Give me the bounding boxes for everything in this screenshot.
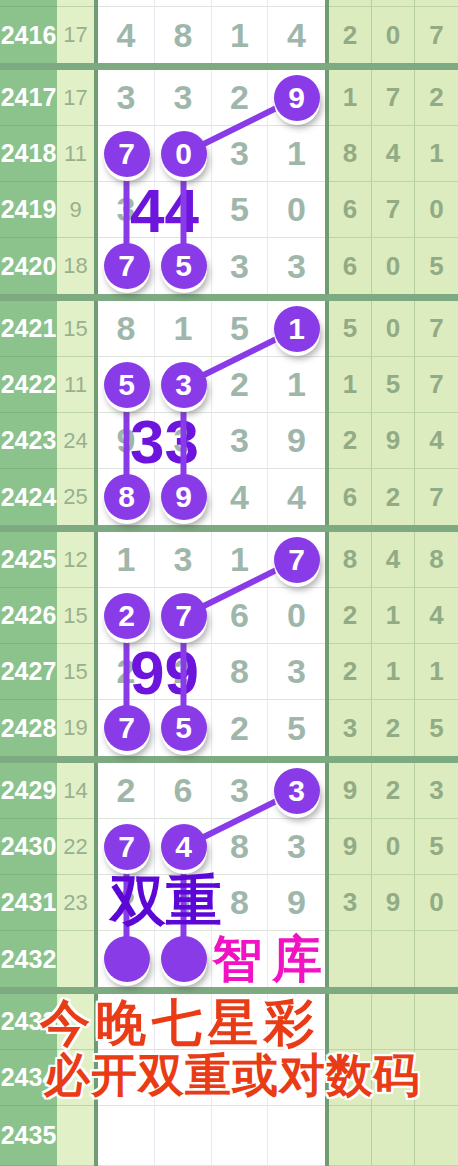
period-label: 2420 (0, 238, 57, 294)
tail-digit-cell: 5 (415, 700, 458, 756)
main-digit-cell: 5 (212, 301, 268, 357)
tail-digit-cell: 6 (329, 469, 372, 525)
main-digit-cell: 2 (212, 70, 268, 126)
tail-digit-cell: 7 (415, 301, 458, 357)
main-digit-cell (98, 1106, 155, 1166)
chart-row (0, 0, 458, 7)
chart-row-2426: 24261560214 (0, 588, 458, 644)
chart-row-2419: 241993150670 (0, 182, 458, 238)
main-digit-cell (155, 1050, 212, 1106)
tail-digit-cell (415, 1050, 458, 1106)
tail-digit-cell (372, 1106, 415, 1166)
circled-digit: 8 (104, 474, 150, 520)
circled-digit: 7 (274, 537, 320, 583)
main-digit-cell: 9 (268, 875, 325, 931)
chart-row-2427: 2427152283211 (0, 644, 458, 700)
main-digit-cell (268, 931, 325, 987)
chart-row-2429: 242914263923 (0, 763, 458, 819)
miss-count: 24 (57, 413, 94, 469)
tail-digit-cell: 8 (329, 126, 372, 182)
main-digit-cell (212, 1050, 268, 1106)
tail-digit-cell: 2 (415, 70, 458, 126)
chart-row-2430: 24302283905 (0, 819, 458, 875)
miss-count: 11 (57, 357, 94, 413)
group-separator (0, 756, 458, 763)
main-digit-cell (268, 994, 325, 1050)
main-digit-cell: 3 (212, 413, 268, 469)
circled-digit: 7 (104, 131, 150, 177)
tail-digit-cell: 1 (329, 70, 372, 126)
main-digit-cell: 8 (212, 819, 268, 875)
tail-digit-cell: 9 (329, 763, 372, 819)
tail-digit-cell: 9 (329, 819, 372, 875)
circled-digit: 9 (274, 75, 320, 121)
main-digit-cell (268, 1106, 325, 1166)
tail-digit-cell (415, 994, 458, 1050)
period-label: 2435 (0, 1106, 57, 1166)
period-label: 2421 (0, 301, 57, 357)
circled-digit: 9 (161, 474, 207, 520)
main-digit-cell (98, 1050, 155, 1106)
circled-digit: 3 (161, 362, 207, 408)
main-digit-cell: 1 (268, 357, 325, 413)
miss-count: 11 (57, 126, 94, 182)
tail-digit-cell: 2 (329, 413, 372, 469)
main-digit-cell: 3 (268, 819, 325, 875)
main-digit-cell (155, 0, 212, 7)
tail-digit-cell: 1 (415, 644, 458, 700)
main-digit-cell (212, 0, 268, 7)
main-digit-cell: 2 (98, 875, 155, 931)
main-digit-cell (212, 1106, 268, 1166)
lottery-trend-chart: 2416174814207241717332172241811318412419… (0, 0, 458, 1166)
main-digit-cell: 2 (212, 700, 268, 756)
chart-rows: 2416174814207241717332172241811318412419… (0, 0, 458, 1166)
tail-digit-cell (329, 1106, 372, 1166)
main-digit-cell: 8 (212, 644, 268, 700)
main-digit-cell (268, 0, 325, 7)
tail-digit-cell (372, 994, 415, 1050)
chart-row-2428: 24281925325 (0, 700, 458, 756)
miss-count: 19 (57, 700, 94, 756)
main-digit-cell: 0 (268, 588, 325, 644)
tail-digit-cell: 2 (329, 7, 372, 63)
chart-row-2423: 2423249339294 (0, 413, 458, 469)
chart-row-2434: 2434 (0, 1050, 458, 1106)
tail-digit-cell (329, 0, 372, 7)
tail-digit-cell: 6 (329, 238, 372, 294)
miss-count: 22 (57, 819, 94, 875)
main-digit-cell: 9 (268, 413, 325, 469)
miss-count (57, 1106, 94, 1166)
tail-digit-cell: 7 (372, 70, 415, 126)
circled-digit: 4 (161, 824, 207, 870)
circled-digit: 7 (104, 243, 150, 289)
main-digit-cell: 1 (155, 301, 212, 357)
main-digit-cell: 4 (268, 469, 325, 525)
main-digit-cell: 3 (155, 413, 212, 469)
tail-digit-cell (372, 0, 415, 7)
circled-digit: 1 (274, 306, 320, 352)
main-digit-cell: 4 (155, 875, 212, 931)
miss-count: 14 (57, 763, 94, 819)
chart-row-2425: 242512131848 (0, 532, 458, 588)
tail-digit-cell (415, 1106, 458, 1166)
main-digit-cell: 8 (98, 301, 155, 357)
main-digit-cell: 5 (212, 182, 268, 238)
tail-digit-cell: 9 (372, 875, 415, 931)
main-digit-cell (268, 1050, 325, 1106)
tail-digit-cell: 4 (415, 588, 458, 644)
main-digit-cell: 1 (155, 182, 212, 238)
tail-digit-cell: 7 (372, 182, 415, 238)
tail-digit-cell: 8 (415, 532, 458, 588)
tail-digit-cell: 6 (329, 182, 372, 238)
period-label: 2434 (0, 1050, 57, 1106)
main-digit-cell: 2 (98, 763, 155, 819)
tail-digit-cell: 0 (372, 301, 415, 357)
tail-digit-cell: 3 (415, 763, 458, 819)
predicted-dot (161, 936, 207, 982)
tail-digit-cell: 7 (415, 469, 458, 525)
period-label: 2427 (0, 644, 57, 700)
group-separator (0, 294, 458, 301)
circled-digit: 5 (161, 705, 207, 751)
tail-digit-cell (329, 931, 372, 987)
period-label: 2431 (0, 875, 57, 931)
period-label: 2430 (0, 819, 57, 875)
chart-row-2422: 24221121157 (0, 357, 458, 413)
miss-count: 25 (57, 469, 94, 525)
tail-digit-cell: 3 (329, 875, 372, 931)
period-label: 2426 (0, 588, 57, 644)
main-digit-cell: 3 (98, 182, 155, 238)
main-digit-cell (212, 994, 268, 1050)
main-digit-cell: 2 (98, 644, 155, 700)
chart-row-2424: 24242544627 (0, 469, 458, 525)
main-digit-cell: 3 (98, 70, 155, 126)
chart-row-2417: 241717332172 (0, 70, 458, 126)
chart-row-2435: 2435 (0, 1106, 458, 1166)
period-label: 2417 (0, 70, 57, 126)
period-label: 2424 (0, 469, 57, 525)
period-label: 2428 (0, 700, 57, 756)
miss-count (57, 1050, 94, 1106)
tail-digit-cell: 1 (329, 357, 372, 413)
tail-digit-cell: 7 (415, 7, 458, 63)
miss-count: 15 (57, 644, 94, 700)
tail-digit-cell: 9 (372, 413, 415, 469)
chart-row-2432: 2432 (0, 931, 458, 987)
chart-row-2418: 24181131841 (0, 126, 458, 182)
main-digit-cell: 4 (268, 7, 325, 63)
chart-row-2431: 2431232489390 (0, 875, 458, 931)
tail-digit-cell: 3 (329, 700, 372, 756)
miss-count: 18 (57, 238, 94, 294)
main-digit-cell: 1 (268, 126, 325, 182)
chart-row-2420: 24201833605 (0, 238, 458, 294)
tail-digit-cell: 0 (415, 182, 458, 238)
period-label: 2432 (0, 931, 57, 987)
main-digit-cell: 3 (155, 532, 212, 588)
tail-digit-cell: 2 (329, 588, 372, 644)
main-digit-cell: 3 (268, 238, 325, 294)
group-separator (0, 525, 458, 532)
group-separator (0, 987, 458, 994)
tail-digit-cell: 2 (372, 700, 415, 756)
tail-digit-cell: 0 (372, 238, 415, 294)
main-digit-cell: 9 (98, 413, 155, 469)
main-digit-cell: 6 (155, 763, 212, 819)
tail-digit-cell: 5 (329, 301, 372, 357)
circled-digit: 7 (104, 705, 150, 751)
main-digit-cell: 3 (268, 644, 325, 700)
period-label: 2423 (0, 413, 57, 469)
circled-digit: 3 (274, 768, 320, 814)
main-digit-cell: 3 (212, 238, 268, 294)
period-label: 2419 (0, 182, 57, 238)
main-digit-cell: 4 (212, 469, 268, 525)
tail-digit-cell: 4 (372, 126, 415, 182)
chart-row-2416: 2416174814207 (0, 7, 458, 63)
tail-digit-cell (372, 1050, 415, 1106)
circled-digit: 5 (104, 362, 150, 408)
main-digit-cell: 3 (212, 763, 268, 819)
chart-row-2421: 242115815507 (0, 301, 458, 357)
period-label: 2425 (0, 532, 57, 588)
tail-digit-cell (415, 0, 458, 7)
tail-digit-cell: 5 (372, 357, 415, 413)
tail-digit-cell: 4 (415, 413, 458, 469)
main-digit-cell: 5 (268, 700, 325, 756)
circled-digit: 0 (161, 131, 207, 177)
period-label: 2433 (0, 994, 57, 1050)
tail-digit-cell (329, 1050, 372, 1106)
miss-count (57, 994, 94, 1050)
tail-digit-cell: 1 (372, 588, 415, 644)
main-digit-cell (98, 994, 155, 1050)
tail-digit-cell: 2 (372, 469, 415, 525)
tail-digit-cell: 1 (415, 126, 458, 182)
main-digit-cell: 2 (155, 644, 212, 700)
tail-digit-cell (415, 931, 458, 987)
miss-count (57, 931, 94, 987)
miss-count: 17 (57, 70, 94, 126)
circled-digit: 7 (161, 593, 207, 639)
main-digit-cell (98, 0, 155, 7)
miss-count: 12 (57, 532, 94, 588)
tail-digit-cell: 4 (372, 532, 415, 588)
miss-count (57, 0, 94, 7)
tail-digit-cell: 0 (372, 819, 415, 875)
main-digit-cell: 3 (212, 126, 268, 182)
period-label: 2416 (0, 7, 57, 63)
period-label: 2422 (0, 357, 57, 413)
group-separator (0, 63, 458, 70)
chart-row-2433: 2433 (0, 994, 458, 1050)
main-digit-cell: 3 (155, 70, 212, 126)
tail-digit-cell: 5 (415, 819, 458, 875)
main-digit-cell: 8 (155, 7, 212, 63)
tail-digit-cell (372, 931, 415, 987)
main-digit-cell: 1 (98, 532, 155, 588)
tail-digit-cell: 1 (372, 644, 415, 700)
tail-digit-cell: 0 (415, 875, 458, 931)
main-digit-cell: 6 (212, 588, 268, 644)
main-digit-cell (155, 994, 212, 1050)
main-digit-cell (212, 931, 268, 987)
miss-count: 15 (57, 588, 94, 644)
period-label: 2418 (0, 126, 57, 182)
main-digit-cell: 2 (212, 357, 268, 413)
period-label (0, 0, 57, 7)
tail-digit-cell: 8 (329, 532, 372, 588)
miss-count: 23 (57, 875, 94, 931)
main-digit-cell: 0 (268, 182, 325, 238)
tail-digit-cell: 2 (329, 644, 372, 700)
main-digit-cell: 8 (212, 875, 268, 931)
tail-digit-cell (329, 994, 372, 1050)
tail-digit-cell: 0 (372, 7, 415, 63)
miss-count: 9 (57, 182, 94, 238)
circled-digit: 2 (104, 593, 150, 639)
main-digit-cell: 1 (212, 7, 268, 63)
predicted-dot (104, 936, 150, 982)
tail-digit-cell: 2 (372, 763, 415, 819)
main-digit-cell: 4 (98, 7, 155, 63)
miss-count: 15 (57, 301, 94, 357)
circled-digit: 5 (161, 243, 207, 289)
miss-count: 17 (57, 7, 94, 63)
main-digit-cell: 1 (212, 532, 268, 588)
circled-digit: 7 (104, 824, 150, 870)
tail-digit-cell: 5 (415, 238, 458, 294)
period-label: 2429 (0, 763, 57, 819)
tail-digit-cell: 7 (415, 357, 458, 413)
main-digit-cell (155, 1106, 212, 1166)
